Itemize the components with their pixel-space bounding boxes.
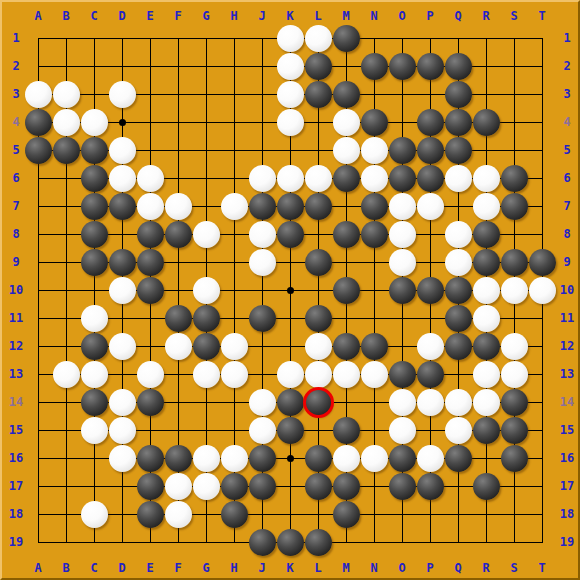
intersection-B17[interactable] bbox=[52, 472, 80, 500]
intersection-G14[interactable] bbox=[192, 388, 220, 416]
intersection-L6[interactable] bbox=[304, 164, 332, 192]
intersection-B8[interactable] bbox=[52, 220, 80, 248]
intersection-D12[interactable] bbox=[108, 332, 136, 360]
intersection-R13[interactable] bbox=[472, 360, 500, 388]
intersection-O4[interactable] bbox=[388, 108, 416, 136]
intersection-O10[interactable] bbox=[388, 276, 416, 304]
intersection-M16[interactable] bbox=[332, 444, 360, 472]
intersection-G3[interactable] bbox=[192, 80, 220, 108]
intersection-H15[interactable] bbox=[220, 416, 248, 444]
intersection-T7[interactable] bbox=[528, 192, 556, 220]
intersection-T17[interactable] bbox=[528, 472, 556, 500]
intersection-C9[interactable] bbox=[80, 248, 108, 276]
intersection-F11[interactable] bbox=[164, 304, 192, 332]
intersection-B10[interactable] bbox=[52, 276, 80, 304]
intersection-K9[interactable] bbox=[276, 248, 304, 276]
intersection-A10[interactable] bbox=[24, 276, 52, 304]
intersection-A1[interactable] bbox=[24, 24, 52, 52]
intersection-D16[interactable] bbox=[108, 444, 136, 472]
intersection-B7[interactable] bbox=[52, 192, 80, 220]
intersection-S7[interactable] bbox=[500, 192, 528, 220]
intersection-E2[interactable] bbox=[136, 52, 164, 80]
intersection-O13[interactable] bbox=[388, 360, 416, 388]
intersection-D4[interactable] bbox=[108, 108, 136, 136]
intersection-D15[interactable] bbox=[108, 416, 136, 444]
intersection-H12[interactable] bbox=[220, 332, 248, 360]
intersection-P14[interactable] bbox=[416, 388, 444, 416]
intersection-R11[interactable] bbox=[472, 304, 500, 332]
intersection-Q14[interactable] bbox=[444, 388, 472, 416]
intersection-G11[interactable] bbox=[192, 304, 220, 332]
intersection-R1[interactable] bbox=[472, 24, 500, 52]
intersection-K10[interactable] bbox=[276, 276, 304, 304]
intersection-C13[interactable] bbox=[80, 360, 108, 388]
intersection-K7[interactable] bbox=[276, 192, 304, 220]
intersection-S2[interactable] bbox=[500, 52, 528, 80]
intersection-T15[interactable] bbox=[528, 416, 556, 444]
intersection-O8[interactable] bbox=[388, 220, 416, 248]
intersection-H13[interactable] bbox=[220, 360, 248, 388]
intersection-J16[interactable] bbox=[248, 444, 276, 472]
intersection-E16[interactable] bbox=[136, 444, 164, 472]
intersection-H2[interactable] bbox=[220, 52, 248, 80]
intersection-H17[interactable] bbox=[220, 472, 248, 500]
intersection-G6[interactable] bbox=[192, 164, 220, 192]
intersection-Q7[interactable] bbox=[444, 192, 472, 220]
intersection-F1[interactable] bbox=[164, 24, 192, 52]
intersection-L15[interactable] bbox=[304, 416, 332, 444]
intersection-M19[interactable] bbox=[332, 528, 360, 556]
intersection-S13[interactable] bbox=[500, 360, 528, 388]
intersection-B18[interactable] bbox=[52, 500, 80, 528]
intersection-S8[interactable] bbox=[500, 220, 528, 248]
intersection-K1[interactable] bbox=[276, 24, 304, 52]
intersection-M1[interactable] bbox=[332, 24, 360, 52]
intersection-E15[interactable] bbox=[136, 416, 164, 444]
intersection-B9[interactable] bbox=[52, 248, 80, 276]
intersection-Q19[interactable] bbox=[444, 528, 472, 556]
intersection-G17[interactable] bbox=[192, 472, 220, 500]
intersection-P19[interactable] bbox=[416, 528, 444, 556]
intersection-K15[interactable] bbox=[276, 416, 304, 444]
intersection-J1[interactable] bbox=[248, 24, 276, 52]
intersection-Q18[interactable] bbox=[444, 500, 472, 528]
intersection-N14[interactable] bbox=[360, 388, 388, 416]
intersection-J18[interactable] bbox=[248, 500, 276, 528]
intersection-L19[interactable] bbox=[304, 528, 332, 556]
intersection-G15[interactable] bbox=[192, 416, 220, 444]
intersection-S3[interactable] bbox=[500, 80, 528, 108]
intersection-O2[interactable] bbox=[388, 52, 416, 80]
intersection-J12[interactable] bbox=[248, 332, 276, 360]
intersection-R5[interactable] bbox=[472, 136, 500, 164]
intersection-Q13[interactable] bbox=[444, 360, 472, 388]
intersection-D2[interactable] bbox=[108, 52, 136, 80]
intersection-B3[interactable] bbox=[52, 80, 80, 108]
intersection-P3[interactable] bbox=[416, 80, 444, 108]
intersection-J6[interactable] bbox=[248, 164, 276, 192]
intersection-Q3[interactable] bbox=[444, 80, 472, 108]
intersection-M10[interactable] bbox=[332, 276, 360, 304]
intersection-K3[interactable] bbox=[276, 80, 304, 108]
intersection-S16[interactable] bbox=[500, 444, 528, 472]
intersection-O12[interactable] bbox=[388, 332, 416, 360]
intersection-N3[interactable] bbox=[360, 80, 388, 108]
intersection-G7[interactable] bbox=[192, 192, 220, 220]
intersection-H11[interactable] bbox=[220, 304, 248, 332]
intersection-L17[interactable] bbox=[304, 472, 332, 500]
intersection-L14[interactable] bbox=[304, 388, 332, 416]
intersection-M8[interactable] bbox=[332, 220, 360, 248]
intersection-L10[interactable] bbox=[304, 276, 332, 304]
intersection-N17[interactable] bbox=[360, 472, 388, 500]
intersection-P1[interactable] bbox=[416, 24, 444, 52]
intersection-D9[interactable] bbox=[108, 248, 136, 276]
intersection-T5[interactable] bbox=[528, 136, 556, 164]
intersection-P9[interactable] bbox=[416, 248, 444, 276]
intersection-F17[interactable] bbox=[164, 472, 192, 500]
intersection-B6[interactable] bbox=[52, 164, 80, 192]
intersection-E11[interactable] bbox=[136, 304, 164, 332]
intersection-K14[interactable] bbox=[276, 388, 304, 416]
intersection-F12[interactable] bbox=[164, 332, 192, 360]
intersection-A15[interactable] bbox=[24, 416, 52, 444]
intersection-C10[interactable] bbox=[80, 276, 108, 304]
intersection-H9[interactable] bbox=[220, 248, 248, 276]
intersection-P10[interactable] bbox=[416, 276, 444, 304]
intersection-O18[interactable] bbox=[388, 500, 416, 528]
intersection-N5[interactable] bbox=[360, 136, 388, 164]
intersection-R9[interactable] bbox=[472, 248, 500, 276]
intersection-Q1[interactable] bbox=[444, 24, 472, 52]
intersection-F5[interactable] bbox=[164, 136, 192, 164]
intersection-R19[interactable] bbox=[472, 528, 500, 556]
intersection-T11[interactable] bbox=[528, 304, 556, 332]
intersection-N13[interactable] bbox=[360, 360, 388, 388]
intersection-D17[interactable] bbox=[108, 472, 136, 500]
intersection-P16[interactable] bbox=[416, 444, 444, 472]
intersection-K2[interactable] bbox=[276, 52, 304, 80]
intersection-P18[interactable] bbox=[416, 500, 444, 528]
intersection-A7[interactable] bbox=[24, 192, 52, 220]
intersection-H18[interactable] bbox=[220, 500, 248, 528]
intersection-D18[interactable] bbox=[108, 500, 136, 528]
intersection-H8[interactable] bbox=[220, 220, 248, 248]
intersection-J7[interactable] bbox=[248, 192, 276, 220]
intersection-C17[interactable] bbox=[80, 472, 108, 500]
intersection-L13[interactable] bbox=[304, 360, 332, 388]
intersection-J9[interactable] bbox=[248, 248, 276, 276]
intersection-N1[interactable] bbox=[360, 24, 388, 52]
intersection-L12[interactable] bbox=[304, 332, 332, 360]
intersection-N7[interactable] bbox=[360, 192, 388, 220]
intersection-A3[interactable] bbox=[24, 80, 52, 108]
intersection-T3[interactable] bbox=[528, 80, 556, 108]
intersection-A4[interactable] bbox=[24, 108, 52, 136]
intersection-R17[interactable] bbox=[472, 472, 500, 500]
intersection-C16[interactable] bbox=[80, 444, 108, 472]
intersection-J11[interactable] bbox=[248, 304, 276, 332]
intersection-D10[interactable] bbox=[108, 276, 136, 304]
intersection-Q10[interactable] bbox=[444, 276, 472, 304]
intersection-N19[interactable] bbox=[360, 528, 388, 556]
intersection-D11[interactable] bbox=[108, 304, 136, 332]
intersection-C2[interactable] bbox=[80, 52, 108, 80]
intersection-S11[interactable] bbox=[500, 304, 528, 332]
intersection-R4[interactable] bbox=[472, 108, 500, 136]
intersection-O9[interactable] bbox=[388, 248, 416, 276]
intersection-F9[interactable] bbox=[164, 248, 192, 276]
intersection-M11[interactable] bbox=[332, 304, 360, 332]
intersection-Q17[interactable] bbox=[444, 472, 472, 500]
intersection-J10[interactable] bbox=[248, 276, 276, 304]
intersection-D1[interactable] bbox=[108, 24, 136, 52]
intersection-D13[interactable] bbox=[108, 360, 136, 388]
intersection-J3[interactable] bbox=[248, 80, 276, 108]
intersection-F3[interactable] bbox=[164, 80, 192, 108]
intersection-A17[interactable] bbox=[24, 472, 52, 500]
intersection-K4[interactable] bbox=[276, 108, 304, 136]
intersection-E8[interactable] bbox=[136, 220, 164, 248]
intersection-A9[interactable] bbox=[24, 248, 52, 276]
intersection-F10[interactable] bbox=[164, 276, 192, 304]
intersection-S17[interactable] bbox=[500, 472, 528, 500]
intersection-R12[interactable] bbox=[472, 332, 500, 360]
intersection-E12[interactable] bbox=[136, 332, 164, 360]
intersection-M17[interactable] bbox=[332, 472, 360, 500]
intersection-H19[interactable] bbox=[220, 528, 248, 556]
intersection-P6[interactable] bbox=[416, 164, 444, 192]
intersection-G13[interactable] bbox=[192, 360, 220, 388]
intersection-S9[interactable] bbox=[500, 248, 528, 276]
intersection-Q2[interactable] bbox=[444, 52, 472, 80]
intersection-G2[interactable] bbox=[192, 52, 220, 80]
intersection-E1[interactable] bbox=[136, 24, 164, 52]
intersection-P11[interactable] bbox=[416, 304, 444, 332]
intersection-D14[interactable] bbox=[108, 388, 136, 416]
intersection-A16[interactable] bbox=[24, 444, 52, 472]
intersection-F16[interactable] bbox=[164, 444, 192, 472]
intersection-R3[interactable] bbox=[472, 80, 500, 108]
intersection-O7[interactable] bbox=[388, 192, 416, 220]
intersection-B19[interactable] bbox=[52, 528, 80, 556]
intersection-E17[interactable] bbox=[136, 472, 164, 500]
intersection-T6[interactable] bbox=[528, 164, 556, 192]
intersection-L3[interactable] bbox=[304, 80, 332, 108]
intersection-C8[interactable] bbox=[80, 220, 108, 248]
intersection-A12[interactable] bbox=[24, 332, 52, 360]
intersection-Q8[interactable] bbox=[444, 220, 472, 248]
intersection-M9[interactable] bbox=[332, 248, 360, 276]
intersection-N15[interactable] bbox=[360, 416, 388, 444]
intersection-N8[interactable] bbox=[360, 220, 388, 248]
intersection-O15[interactable] bbox=[388, 416, 416, 444]
intersection-T9[interactable] bbox=[528, 248, 556, 276]
intersection-L9[interactable] bbox=[304, 248, 332, 276]
intersection-F7[interactable] bbox=[164, 192, 192, 220]
intersection-F4[interactable] bbox=[164, 108, 192, 136]
intersection-F2[interactable] bbox=[164, 52, 192, 80]
intersection-G4[interactable] bbox=[192, 108, 220, 136]
intersection-P5[interactable] bbox=[416, 136, 444, 164]
intersection-M12[interactable] bbox=[332, 332, 360, 360]
intersection-G5[interactable] bbox=[192, 136, 220, 164]
intersection-C12[interactable] bbox=[80, 332, 108, 360]
intersection-L8[interactable] bbox=[304, 220, 332, 248]
intersection-Q4[interactable] bbox=[444, 108, 472, 136]
intersection-D3[interactable] bbox=[108, 80, 136, 108]
intersection-F14[interactable] bbox=[164, 388, 192, 416]
intersection-L4[interactable] bbox=[304, 108, 332, 136]
intersection-B11[interactable] bbox=[52, 304, 80, 332]
intersection-N2[interactable] bbox=[360, 52, 388, 80]
intersection-M15[interactable] bbox=[332, 416, 360, 444]
intersection-H14[interactable] bbox=[220, 388, 248, 416]
intersection-C5[interactable] bbox=[80, 136, 108, 164]
intersection-O16[interactable] bbox=[388, 444, 416, 472]
intersection-N11[interactable] bbox=[360, 304, 388, 332]
intersection-G8[interactable] bbox=[192, 220, 220, 248]
intersection-J2[interactable] bbox=[248, 52, 276, 80]
intersection-G19[interactable] bbox=[192, 528, 220, 556]
intersection-K19[interactable] bbox=[276, 528, 304, 556]
intersection-C18[interactable] bbox=[80, 500, 108, 528]
intersection-J5[interactable] bbox=[248, 136, 276, 164]
intersection-K6[interactable] bbox=[276, 164, 304, 192]
intersection-M2[interactable] bbox=[332, 52, 360, 80]
intersection-T2[interactable] bbox=[528, 52, 556, 80]
intersection-Q15[interactable] bbox=[444, 416, 472, 444]
intersection-R14[interactable] bbox=[472, 388, 500, 416]
intersection-E13[interactable] bbox=[136, 360, 164, 388]
intersection-Q9[interactable] bbox=[444, 248, 472, 276]
intersection-Q16[interactable] bbox=[444, 444, 472, 472]
intersection-D5[interactable] bbox=[108, 136, 136, 164]
intersection-E19[interactable] bbox=[136, 528, 164, 556]
intersection-K17[interactable] bbox=[276, 472, 304, 500]
intersection-H10[interactable] bbox=[220, 276, 248, 304]
intersection-R18[interactable] bbox=[472, 500, 500, 528]
intersection-B5[interactable] bbox=[52, 136, 80, 164]
intersection-T10[interactable] bbox=[528, 276, 556, 304]
intersection-M18[interactable] bbox=[332, 500, 360, 528]
intersection-T13[interactable] bbox=[528, 360, 556, 388]
intersection-F15[interactable] bbox=[164, 416, 192, 444]
intersection-C14[interactable] bbox=[80, 388, 108, 416]
intersection-S5[interactable] bbox=[500, 136, 528, 164]
intersection-H4[interactable] bbox=[220, 108, 248, 136]
intersection-T4[interactable] bbox=[528, 108, 556, 136]
intersection-N16[interactable] bbox=[360, 444, 388, 472]
intersection-M7[interactable] bbox=[332, 192, 360, 220]
intersection-S18[interactable] bbox=[500, 500, 528, 528]
intersection-O3[interactable] bbox=[388, 80, 416, 108]
intersection-J8[interactable] bbox=[248, 220, 276, 248]
intersection-C3[interactable] bbox=[80, 80, 108, 108]
intersection-T19[interactable] bbox=[528, 528, 556, 556]
intersection-B1[interactable] bbox=[52, 24, 80, 52]
intersection-P13[interactable] bbox=[416, 360, 444, 388]
intersection-G12[interactable] bbox=[192, 332, 220, 360]
intersection-A18[interactable] bbox=[24, 500, 52, 528]
intersection-M13[interactable] bbox=[332, 360, 360, 388]
intersection-A2[interactable] bbox=[24, 52, 52, 80]
intersection-R16[interactable] bbox=[472, 444, 500, 472]
intersection-C4[interactable] bbox=[80, 108, 108, 136]
intersection-K13[interactable] bbox=[276, 360, 304, 388]
intersection-P15[interactable] bbox=[416, 416, 444, 444]
intersection-Q12[interactable] bbox=[444, 332, 472, 360]
intersection-S19[interactable] bbox=[500, 528, 528, 556]
intersection-O1[interactable] bbox=[388, 24, 416, 52]
intersection-E9[interactable] bbox=[136, 248, 164, 276]
intersection-T14[interactable] bbox=[528, 388, 556, 416]
intersection-N12[interactable] bbox=[360, 332, 388, 360]
intersection-G18[interactable] bbox=[192, 500, 220, 528]
intersection-F18[interactable] bbox=[164, 500, 192, 528]
intersection-L1[interactable] bbox=[304, 24, 332, 52]
intersection-B2[interactable] bbox=[52, 52, 80, 80]
intersection-E6[interactable] bbox=[136, 164, 164, 192]
intersection-O17[interactable] bbox=[388, 472, 416, 500]
intersection-M5[interactable] bbox=[332, 136, 360, 164]
intersection-R2[interactable] bbox=[472, 52, 500, 80]
intersection-A11[interactable] bbox=[24, 304, 52, 332]
intersection-K12[interactable] bbox=[276, 332, 304, 360]
intersection-B4[interactable] bbox=[52, 108, 80, 136]
intersection-K16[interactable] bbox=[276, 444, 304, 472]
intersection-P17[interactable] bbox=[416, 472, 444, 500]
intersection-P8[interactable] bbox=[416, 220, 444, 248]
intersection-T12[interactable] bbox=[528, 332, 556, 360]
intersection-D8[interactable] bbox=[108, 220, 136, 248]
intersection-C1[interactable] bbox=[80, 24, 108, 52]
intersection-S1[interactable] bbox=[500, 24, 528, 52]
intersection-K11[interactable] bbox=[276, 304, 304, 332]
intersection-R15[interactable] bbox=[472, 416, 500, 444]
intersection-J15[interactable] bbox=[248, 416, 276, 444]
intersection-O6[interactable] bbox=[388, 164, 416, 192]
intersection-H6[interactable] bbox=[220, 164, 248, 192]
intersection-F13[interactable] bbox=[164, 360, 192, 388]
intersection-S6[interactable] bbox=[500, 164, 528, 192]
intersection-R6[interactable] bbox=[472, 164, 500, 192]
intersection-Q6[interactable] bbox=[444, 164, 472, 192]
intersection-M4[interactable] bbox=[332, 108, 360, 136]
intersection-E4[interactable] bbox=[136, 108, 164, 136]
intersection-K8[interactable] bbox=[276, 220, 304, 248]
intersection-P4[interactable] bbox=[416, 108, 444, 136]
intersection-S14[interactable] bbox=[500, 388, 528, 416]
intersection-D19[interactable] bbox=[108, 528, 136, 556]
intersection-C19[interactable] bbox=[80, 528, 108, 556]
intersection-R10[interactable] bbox=[472, 276, 500, 304]
intersection-E3[interactable] bbox=[136, 80, 164, 108]
intersection-D6[interactable] bbox=[108, 164, 136, 192]
intersection-K18[interactable] bbox=[276, 500, 304, 528]
intersection-T1[interactable] bbox=[528, 24, 556, 52]
intersection-G9[interactable] bbox=[192, 248, 220, 276]
intersection-J14[interactable] bbox=[248, 388, 276, 416]
intersection-H5[interactable] bbox=[220, 136, 248, 164]
intersection-A8[interactable] bbox=[24, 220, 52, 248]
intersection-S15[interactable] bbox=[500, 416, 528, 444]
intersection-Q11[interactable] bbox=[444, 304, 472, 332]
intersection-G10[interactable] bbox=[192, 276, 220, 304]
intersection-N9[interactable] bbox=[360, 248, 388, 276]
intersection-J4[interactable] bbox=[248, 108, 276, 136]
intersection-E14[interactable] bbox=[136, 388, 164, 416]
